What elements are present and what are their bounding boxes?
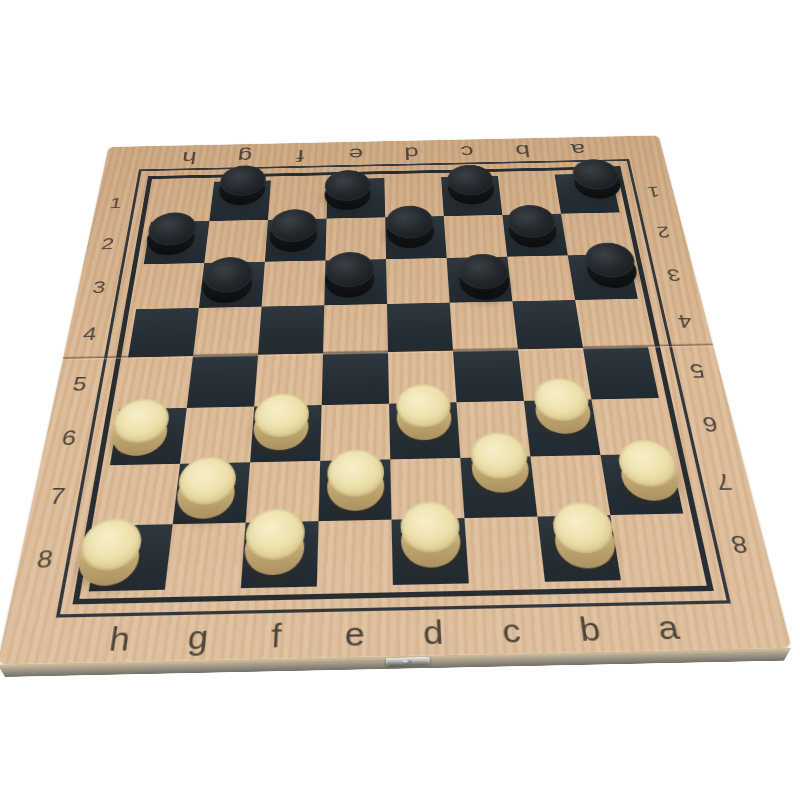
square-h8[interactable] [89,524,173,591]
square-h7[interactable] [100,464,180,526]
file-label-bottom-d: d [393,612,473,654]
metal-latch-icon [386,657,430,666]
checker-side [533,390,594,435]
rank-label-right-5: 5 [671,345,724,397]
file-label-bottom-g: g [156,617,238,659]
file-label-bottom-f: f [236,615,316,657]
checkers-board: hhggffeeddccbbaa1122334455667788 [0,136,791,665]
checker-top [326,449,383,497]
square-a8[interactable] [610,514,697,581]
pieces-layer [0,136,791,665]
rank-label-right-7: 7 [695,452,754,513]
square-b7[interactable] [530,455,610,517]
checker-side [252,405,309,450]
checker-top [244,508,306,560]
checker-side [552,516,619,569]
checker-side [470,445,531,493]
checker-side [74,532,142,586]
square-a6[interactable] [591,398,670,455]
checker-top [400,501,461,553]
checker-side [108,411,170,457]
square-b6[interactable] [524,399,601,456]
checker-top [395,384,451,428]
square-d5[interactable] [388,351,457,404]
square-b5[interactable] [518,348,591,401]
square-d8[interactable] [392,518,469,585]
square-c5[interactable] [453,349,524,402]
square-h5[interactable] [119,356,193,409]
checker-top [77,518,144,571]
checker-top [253,393,310,438]
square-g8[interactable] [165,523,246,590]
rank-label-right-8: 8 [709,512,771,578]
square-g5[interactable] [187,355,258,408]
checker-side [400,515,462,568]
checker-top [176,456,238,505]
square-a7[interactable] [600,453,683,515]
square-f8[interactable] [241,521,319,588]
rank-label-right-6: 6 [683,397,739,453]
square-f6[interactable] [250,405,322,462]
rank-label-left-8: 8 [15,526,74,593]
square-e6[interactable] [320,404,390,461]
rank-label-left-7: 7 [29,466,85,527]
square-f7[interactable] [246,461,321,523]
file-label-bottom-e: e [315,614,394,656]
square-e5[interactable] [322,352,389,405]
square-c8[interactable] [464,517,545,584]
square-e8[interactable] [317,520,393,587]
square-g6[interactable] [180,406,254,463]
file-label-bottom-c: c [471,611,553,653]
square-d7[interactable] [390,458,464,520]
square-e7[interactable] [319,459,392,521]
checker-top [531,378,591,422]
file-label-bottom-h: h [77,619,161,661]
square-b8[interactable] [537,515,621,582]
checker-side [175,470,237,520]
checker-side [326,462,384,511]
checker-top [110,399,171,444]
file-label-bottom-a: a [626,607,712,649]
square-g7[interactable] [173,462,250,524]
square-a5[interactable] [583,347,659,400]
checker-side [618,452,684,501]
product-photo-scene: hhggffeeddccbbaa1122334455667788 [0,0,800,800]
rank-label-left-6: 6 [42,410,95,467]
square-c7[interactable] [460,456,537,518]
square-h6[interactable] [110,408,187,465]
checker-side [396,396,452,441]
checker-top [615,439,681,487]
checker-top [550,502,616,554]
file-label-bottom-b: b [548,609,632,651]
checker-side [243,523,305,576]
square-d6[interactable] [389,402,460,459]
latch-pin-icon [402,660,412,664]
board-top-surface: hhggffeeddccbbaa1122334455667788 [0,136,791,665]
square-c6[interactable] [457,401,531,458]
checker-top [469,432,529,479]
square-f5[interactable] [254,353,323,406]
rank-label-left-5: 5 [54,358,105,411]
